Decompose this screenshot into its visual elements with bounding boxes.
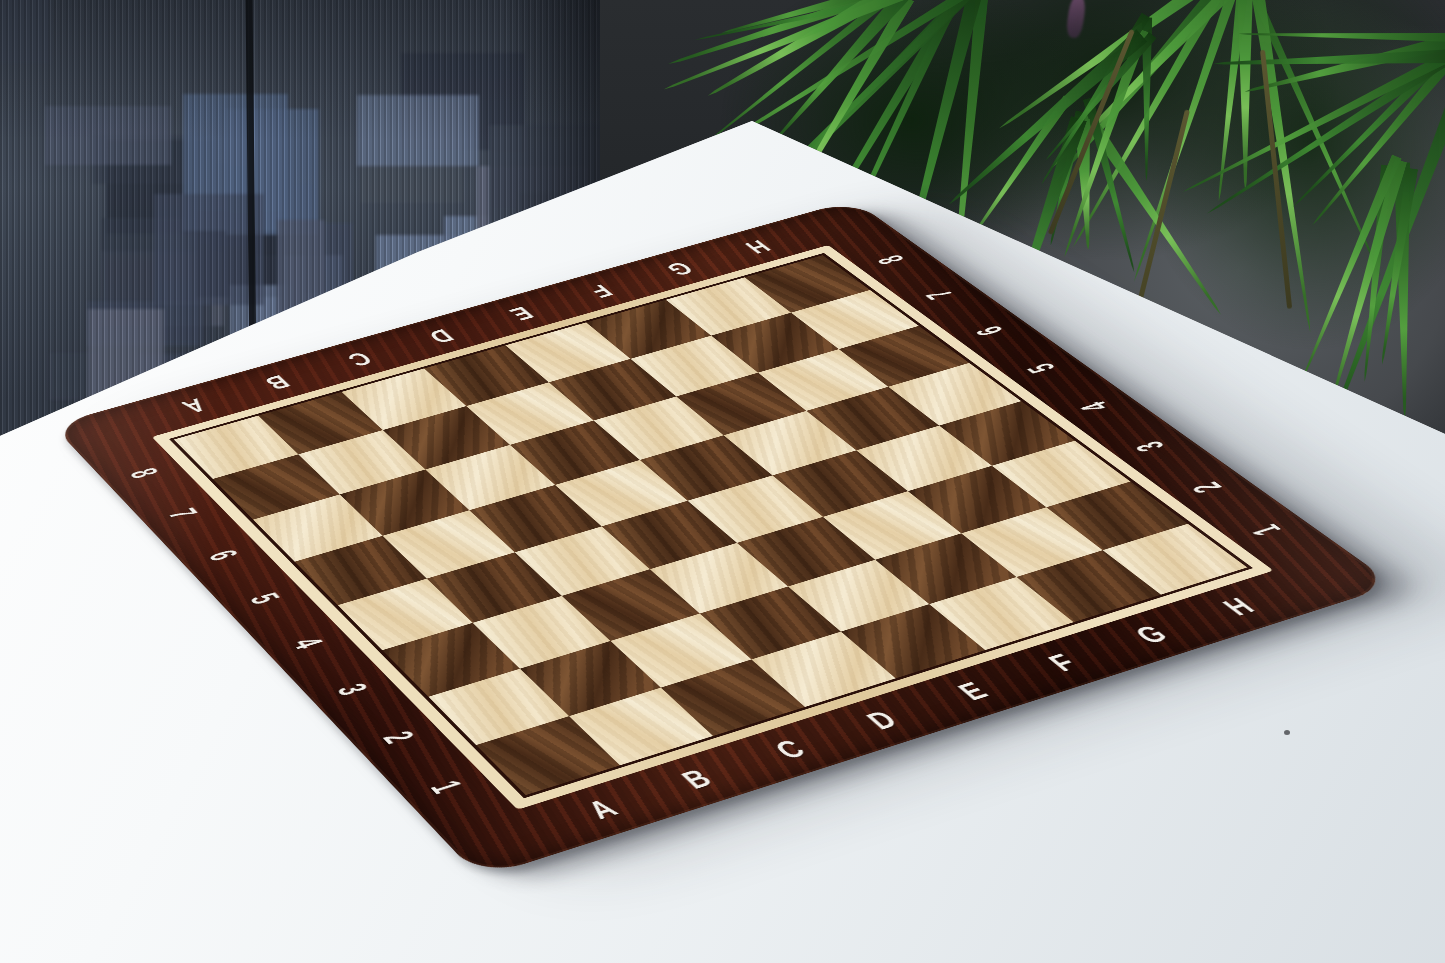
dust-speck — [1284, 730, 1290, 735]
scene: ABCDEFGH ABCDEFGH 87654321 87654321 — [0, 0, 1445, 963]
